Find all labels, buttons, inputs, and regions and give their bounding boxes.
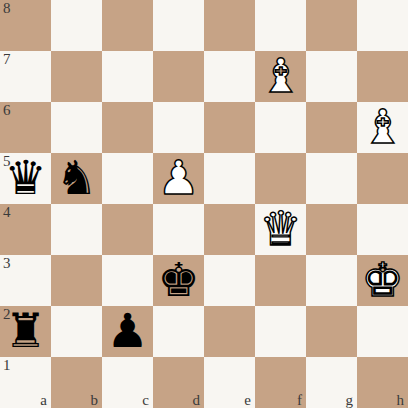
square-c1[interactable]: c bbox=[102, 357, 153, 408]
square-e5[interactable] bbox=[204, 153, 255, 204]
square-b3[interactable] bbox=[51, 255, 102, 306]
square-f5[interactable] bbox=[255, 153, 306, 204]
square-a5[interactable]: 5♛ bbox=[0, 153, 51, 204]
square-g4[interactable] bbox=[306, 204, 357, 255]
square-g8[interactable] bbox=[306, 0, 357, 51]
square-a3[interactable]: 3 bbox=[0, 255, 51, 306]
square-d6[interactable] bbox=[153, 102, 204, 153]
square-g1[interactable]: g bbox=[306, 357, 357, 408]
square-f1[interactable]: f bbox=[255, 357, 306, 408]
square-e8[interactable] bbox=[204, 0, 255, 51]
square-f2[interactable] bbox=[255, 306, 306, 357]
square-d2[interactable] bbox=[153, 306, 204, 357]
square-a4[interactable]: 4 bbox=[0, 204, 51, 255]
square-c7[interactable] bbox=[102, 51, 153, 102]
rank-label-3: 3 bbox=[3, 255, 11, 272]
chess-board: 87♝6♝5♛♞♟4♛3♚♚2♜♟1abcdefgh bbox=[0, 0, 408, 408]
black-queen-a5[interactable]: ♛ bbox=[0, 153, 51, 204]
square-e3[interactable] bbox=[204, 255, 255, 306]
square-h6[interactable]: ♝ bbox=[357, 102, 408, 153]
file-label-c: c bbox=[142, 392, 149, 408]
square-b1[interactable]: b bbox=[51, 357, 102, 408]
rank-label-7: 7 bbox=[3, 51, 11, 68]
square-a2[interactable]: 2♜ bbox=[0, 306, 51, 357]
square-b7[interactable] bbox=[51, 51, 102, 102]
white-queen-f4[interactable]: ♛ bbox=[255, 204, 306, 255]
square-e6[interactable] bbox=[204, 102, 255, 153]
black-knight-b5[interactable]: ♞ bbox=[51, 153, 102, 204]
white-bishop-f7[interactable]: ♝ bbox=[255, 51, 306, 102]
square-g7[interactable] bbox=[306, 51, 357, 102]
square-g5[interactable] bbox=[306, 153, 357, 204]
square-d3[interactable]: ♚ bbox=[153, 255, 204, 306]
square-h3[interactable]: ♚ bbox=[357, 255, 408, 306]
square-h1[interactable]: h bbox=[357, 357, 408, 408]
white-bishop-h6[interactable]: ♝ bbox=[357, 102, 408, 153]
square-c5[interactable] bbox=[102, 153, 153, 204]
black-rook-a2[interactable]: ♜ bbox=[0, 306, 51, 357]
square-d8[interactable] bbox=[153, 0, 204, 51]
white-pawn-d5[interactable]: ♟ bbox=[153, 153, 204, 204]
square-b4[interactable] bbox=[51, 204, 102, 255]
square-d7[interactable] bbox=[153, 51, 204, 102]
square-f4[interactable]: ♛ bbox=[255, 204, 306, 255]
square-c3[interactable] bbox=[102, 255, 153, 306]
file-label-b: b bbox=[91, 392, 99, 408]
square-f3[interactable] bbox=[255, 255, 306, 306]
rank-label-4: 4 bbox=[3, 204, 11, 221]
black-king-d3[interactable]: ♚ bbox=[153, 255, 204, 306]
square-h5[interactable] bbox=[357, 153, 408, 204]
square-c2[interactable]: ♟ bbox=[102, 306, 153, 357]
square-d1[interactable]: d bbox=[153, 357, 204, 408]
file-label-h: h bbox=[397, 392, 405, 408]
square-e2[interactable] bbox=[204, 306, 255, 357]
rank-label-6: 6 bbox=[3, 102, 11, 119]
black-pawn-c2[interactable]: ♟ bbox=[102, 306, 153, 357]
square-h4[interactable] bbox=[357, 204, 408, 255]
square-b5[interactable]: ♞ bbox=[51, 153, 102, 204]
file-label-e: e bbox=[244, 392, 251, 408]
square-g2[interactable] bbox=[306, 306, 357, 357]
square-c6[interactable] bbox=[102, 102, 153, 153]
square-h8[interactable] bbox=[357, 0, 408, 51]
square-d5[interactable]: ♟ bbox=[153, 153, 204, 204]
square-g6[interactable] bbox=[306, 102, 357, 153]
rank-label-8: 8 bbox=[3, 0, 11, 17]
white-king-h3[interactable]: ♚ bbox=[357, 255, 408, 306]
file-label-a: a bbox=[40, 392, 47, 408]
square-a1[interactable]: 1a bbox=[0, 357, 51, 408]
square-a7[interactable]: 7 bbox=[0, 51, 51, 102]
square-f6[interactable] bbox=[255, 102, 306, 153]
rank-label-1: 1 bbox=[3, 357, 11, 374]
square-f8[interactable] bbox=[255, 0, 306, 51]
square-d4[interactable] bbox=[153, 204, 204, 255]
square-b6[interactable] bbox=[51, 102, 102, 153]
square-a6[interactable]: 6 bbox=[0, 102, 51, 153]
square-c4[interactable] bbox=[102, 204, 153, 255]
file-label-g: g bbox=[346, 392, 354, 408]
square-a8[interactable]: 8 bbox=[0, 0, 51, 51]
square-b8[interactable] bbox=[51, 0, 102, 51]
square-e1[interactable]: e bbox=[204, 357, 255, 408]
square-b2[interactable] bbox=[51, 306, 102, 357]
file-label-f: f bbox=[297, 392, 302, 408]
file-label-d: d bbox=[193, 392, 201, 408]
square-f7[interactable]: ♝ bbox=[255, 51, 306, 102]
square-e4[interactable] bbox=[204, 204, 255, 255]
square-e7[interactable] bbox=[204, 51, 255, 102]
square-g3[interactable] bbox=[306, 255, 357, 306]
square-h7[interactable] bbox=[357, 51, 408, 102]
square-c8[interactable] bbox=[102, 0, 153, 51]
square-h2[interactable] bbox=[357, 306, 408, 357]
